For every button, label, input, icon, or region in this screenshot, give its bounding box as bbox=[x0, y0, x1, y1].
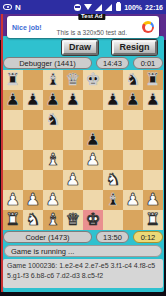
square-b7[interactable]: ♟ bbox=[23, 90, 43, 110]
black-pawn: ♟ bbox=[3, 90, 23, 110]
square-c2[interactable]: ♟ bbox=[43, 190, 63, 210]
square-b1[interactable]: ♞ bbox=[23, 210, 43, 230]
square-f8[interactable] bbox=[103, 70, 123, 90]
white-rook: ♜ bbox=[143, 210, 163, 230]
square-e4[interactable]: ♟ bbox=[83, 150, 103, 170]
admob-logo-icon[interactable] bbox=[142, 21, 154, 33]
battery-icon bbox=[116, 3, 121, 11]
square-d2[interactable] bbox=[63, 190, 83, 210]
square-g8[interactable]: ♞ bbox=[123, 70, 143, 90]
white-pawn: ♟ bbox=[123, 190, 143, 210]
ad-center: Test Ad This is a 320x50 test ad. bbox=[42, 15, 142, 39]
black-knight: ♞ bbox=[123, 70, 143, 90]
white-pawn: ♟ bbox=[3, 190, 23, 210]
black-rook: ♜ bbox=[143, 70, 163, 90]
square-e2[interactable] bbox=[83, 190, 103, 210]
square-d6[interactable] bbox=[63, 110, 83, 130]
square-d5[interactable] bbox=[63, 130, 83, 150]
black-pawn: ♟ bbox=[43, 90, 63, 110]
square-f4[interactable] bbox=[103, 150, 123, 170]
ad-body-text: This is a 320x50 test ad. bbox=[57, 29, 127, 36]
opponent-move-time: 0:01 bbox=[133, 57, 163, 69]
black-pawn: ♟ bbox=[103, 90, 123, 110]
square-g2[interactable]: ♟ bbox=[123, 190, 143, 210]
clock-time: 22:16 bbox=[145, 4, 163, 11]
square-a8[interactable]: ♜ bbox=[3, 70, 23, 90]
white-pawn: ♟ bbox=[23, 190, 43, 210]
square-b5[interactable] bbox=[23, 130, 43, 150]
black-queen: ♛ bbox=[63, 70, 83, 90]
square-d3[interactable]: ♟ bbox=[63, 170, 83, 190]
square-f2[interactable]: ♝ bbox=[103, 190, 123, 210]
square-g3[interactable] bbox=[123, 170, 143, 190]
square-f5[interactable] bbox=[103, 130, 123, 150]
square-f7[interactable]: ♟ bbox=[103, 90, 123, 110]
player-move-time: 0:12 bbox=[133, 231, 163, 243]
opponent-name: Debugger (1441) bbox=[3, 57, 92, 69]
black-pawn: ♟ bbox=[63, 90, 83, 110]
battery-percent: 100% bbox=[124, 4, 142, 11]
square-e3[interactable] bbox=[83, 170, 103, 190]
notification-letter-icon: N bbox=[15, 3, 21, 12]
square-b3[interactable] bbox=[23, 170, 43, 190]
black-king: ♚ bbox=[83, 70, 103, 90]
white-pawn: ♟ bbox=[43, 190, 63, 210]
square-d8[interactable]: ♛ bbox=[63, 70, 83, 90]
white-knight: ♞ bbox=[103, 170, 123, 190]
square-a7[interactable]: ♟ bbox=[3, 90, 23, 110]
square-f3[interactable]: ♞ bbox=[103, 170, 123, 190]
opponent-clock: 14:43 bbox=[96, 57, 129, 69]
square-a3[interactable] bbox=[3, 170, 23, 190]
square-b4[interactable] bbox=[23, 150, 43, 170]
square-a4[interactable] bbox=[3, 150, 23, 170]
black-knight: ♞ bbox=[43, 110, 63, 130]
white-pawn: ♟ bbox=[143, 190, 163, 210]
do-not-disturb-icon bbox=[74, 4, 81, 11]
white-bishop: ♝ bbox=[43, 210, 63, 230]
square-h4[interactable] bbox=[143, 150, 163, 170]
square-b6[interactable] bbox=[23, 110, 43, 130]
square-a6[interactable] bbox=[3, 110, 23, 130]
square-g6[interactable] bbox=[123, 110, 143, 130]
white-pawn: ♟ bbox=[83, 150, 103, 170]
black-bishop: ♝ bbox=[103, 190, 123, 210]
square-h7[interactable]: ♟ bbox=[143, 90, 163, 110]
chess-board[interactable]: ♜♝♛♚♞♜♟♟♟♟♟♟♟♞♟♝♟♟♞♟♟♟♝♟♟♜♞♝♛♚♜ bbox=[3, 70, 163, 230]
square-f1[interactable] bbox=[103, 210, 123, 230]
square-h8[interactable]: ♜ bbox=[143, 70, 163, 90]
draw-button[interactable]: Draw bbox=[62, 40, 98, 55]
square-d7[interactable]: ♟ bbox=[63, 90, 83, 110]
square-c1[interactable]: ♝ bbox=[43, 210, 63, 230]
square-c7[interactable]: ♟ bbox=[43, 90, 63, 110]
white-pawn: ♟ bbox=[63, 170, 83, 190]
square-h2[interactable]: ♟ bbox=[143, 190, 163, 210]
ad-headline: Nice job! bbox=[12, 24, 42, 31]
resign-button[interactable]: Resign bbox=[112, 40, 157, 55]
test-ad-banner[interactable]: Nice job! Test Ad This is a 320x50 test … bbox=[7, 16, 159, 38]
square-d4[interactable] bbox=[63, 150, 83, 170]
square-c6[interactable]: ♞ bbox=[43, 110, 63, 130]
square-a5[interactable] bbox=[3, 130, 23, 150]
square-g5[interactable] bbox=[123, 130, 143, 150]
player-clock: 13:50 bbox=[96, 231, 129, 243]
move-list: Game 1000236: 1.e2-e4 2.e7-e5 3.f1-c4 4.… bbox=[3, 259, 163, 288]
square-h3[interactable] bbox=[143, 170, 163, 190]
white-knight: ♞ bbox=[23, 210, 43, 230]
square-c5[interactable] bbox=[43, 130, 63, 150]
black-pawn: ♟ bbox=[23, 90, 43, 110]
signal-icon-2 bbox=[105, 4, 112, 11]
white-rook: ♜ bbox=[3, 210, 23, 230]
square-c3[interactable] bbox=[43, 170, 63, 190]
square-c4[interactable]: ♝ bbox=[43, 150, 63, 170]
eye-icon bbox=[3, 4, 12, 10]
square-e6[interactable] bbox=[83, 110, 103, 130]
square-h1[interactable]: ♜ bbox=[143, 210, 163, 230]
status-bar: N 100% 22:16 bbox=[0, 0, 166, 14]
square-g1[interactable] bbox=[123, 210, 143, 230]
square-b2[interactable]: ♟ bbox=[23, 190, 43, 210]
square-g4[interactable] bbox=[123, 150, 143, 170]
wifi-icon bbox=[84, 4, 92, 10]
game-status: Game is running ... bbox=[4, 245, 162, 257]
opponent-bar: Debugger (1441) 14:43 0:01 bbox=[3, 57, 163, 70]
square-h6[interactable] bbox=[143, 110, 163, 130]
square-e7[interactable] bbox=[83, 90, 103, 110]
square-f6[interactable] bbox=[103, 110, 123, 130]
square-e5[interactable]: ♟ bbox=[83, 130, 103, 150]
player-bar: Coder (1473) 13:50 0:12 bbox=[3, 231, 163, 244]
black-rook: ♜ bbox=[3, 70, 23, 90]
black-pawn: ♟ bbox=[123, 90, 143, 110]
square-a2[interactable]: ♟ bbox=[3, 190, 23, 210]
square-c8[interactable]: ♝ bbox=[43, 70, 63, 90]
signal-icon bbox=[95, 4, 102, 11]
player-name: Coder (1473) bbox=[3, 231, 92, 243]
square-d1[interactable]: ♛ bbox=[63, 210, 83, 230]
square-b8[interactable] bbox=[23, 70, 43, 90]
white-bishop: ♝ bbox=[43, 150, 63, 170]
black-pawn: ♟ bbox=[83, 130, 103, 150]
square-e8[interactable]: ♚ bbox=[83, 70, 103, 90]
square-e1[interactable]: ♚ bbox=[83, 210, 103, 230]
black-pawn: ♟ bbox=[143, 90, 163, 110]
white-queen: ♛ bbox=[63, 210, 83, 230]
white-king: ♚ bbox=[83, 210, 103, 230]
square-a1[interactable]: ♜ bbox=[3, 210, 23, 230]
square-h5[interactable] bbox=[143, 130, 163, 150]
left-edge-strip bbox=[1, 14, 3, 292]
square-g7[interactable]: ♟ bbox=[123, 90, 143, 110]
black-bishop: ♝ bbox=[43, 70, 63, 90]
